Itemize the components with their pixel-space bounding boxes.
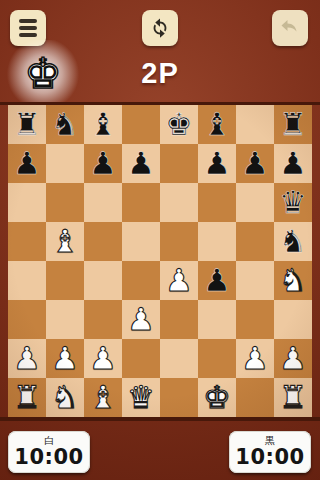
square-a4[interactable] (8, 261, 46, 300)
square-b4[interactable] (46, 261, 84, 300)
square-e3[interactable] (160, 300, 198, 339)
square-g7[interactable]: ♟ (236, 144, 274, 183)
square-f8[interactable]: ♝ (198, 105, 236, 144)
refresh-button[interactable] (142, 10, 178, 46)
white-king[interactable]: ♚ (203, 382, 231, 413)
square-e8[interactable]: ♚ (160, 105, 198, 144)
square-a5[interactable] (8, 222, 46, 261)
square-d1[interactable]: ♛ (122, 378, 160, 417)
square-h5[interactable]: ♞ (274, 222, 312, 261)
square-h7[interactable]: ♟ (274, 144, 312, 183)
black-pawn[interactable]: ♟ (89, 148, 117, 179)
square-d7[interactable]: ♟ (122, 144, 160, 183)
square-d8[interactable] (122, 105, 160, 144)
black-pawn[interactable]: ♟ (13, 148, 41, 179)
square-h3[interactable] (274, 300, 312, 339)
refresh-icon (149, 17, 171, 39)
white-bishop[interactable]: ♝ (51, 226, 79, 257)
black-bishop[interactable]: ♝ (203, 109, 231, 140)
square-a3[interactable] (8, 300, 46, 339)
white-clock-time: 10:00 (14, 447, 83, 468)
square-c3[interactable] (84, 300, 122, 339)
white-pawn[interactable]: ♟ (279, 343, 307, 374)
white-pawn[interactable]: ♟ (51, 343, 79, 374)
square-b1[interactable]: ♞ (46, 378, 84, 417)
square-h6[interactable]: ♛ (274, 183, 312, 222)
square-b5[interactable]: ♝ (46, 222, 84, 261)
white-pawn[interactable]: ♟ (13, 343, 41, 374)
board-bottom-border (0, 417, 320, 421)
square-b8[interactable]: ♞ (46, 105, 84, 144)
square-h1[interactable]: ♜ (274, 378, 312, 417)
square-g4[interactable] (236, 261, 274, 300)
square-c6[interactable] (84, 183, 122, 222)
square-g3[interactable] (236, 300, 274, 339)
square-b7[interactable] (46, 144, 84, 183)
white-pawn[interactable]: ♟ (89, 343, 117, 374)
square-e2[interactable] (160, 339, 198, 378)
square-c4[interactable] (84, 261, 122, 300)
square-a1[interactable]: ♜ (8, 378, 46, 417)
undo-arrow-icon (278, 16, 302, 40)
square-e7[interactable] (160, 144, 198, 183)
chess-board: ♜♞♝♚♝♜♟♟♟♟♟♟♛♝♞♟♟♞♟♟♟♟♟♟♜♞♝♛♚♜ (8, 105, 312, 417)
black-pawn[interactable]: ♟ (127, 148, 155, 179)
square-f1[interactable]: ♚ (198, 378, 236, 417)
black-clock-time: 10:00 (235, 447, 304, 468)
square-d2[interactable] (122, 339, 160, 378)
square-a6[interactable] (8, 183, 46, 222)
white-pawn[interactable]: ♟ (241, 343, 269, 374)
white-knight[interactable]: ♞ (51, 382, 79, 413)
square-f4[interactable]: ♟ (198, 261, 236, 300)
white-queen[interactable]: ♛ (127, 382, 155, 413)
square-h4[interactable]: ♞ (274, 261, 312, 300)
white-rook[interactable]: ♜ (279, 382, 307, 413)
square-g5[interactable] (236, 222, 274, 261)
black-pawn[interactable]: ♟ (203, 265, 231, 296)
square-d6[interactable] (122, 183, 160, 222)
square-e5[interactable] (160, 222, 198, 261)
square-e1[interactable] (160, 378, 198, 417)
square-c5[interactable] (84, 222, 122, 261)
square-d4[interactable] (122, 261, 160, 300)
square-f7[interactable]: ♟ (198, 144, 236, 183)
black-pawn[interactable]: ♟ (279, 148, 307, 179)
mode-label: 2P (0, 57, 320, 90)
hamburger-icon (19, 19, 37, 36)
square-f3[interactable] (198, 300, 236, 339)
square-c8[interactable]: ♝ (84, 105, 122, 144)
square-g1[interactable] (236, 378, 274, 417)
square-b2[interactable]: ♟ (46, 339, 84, 378)
white-pawn[interactable]: ♟ (127, 304, 155, 335)
white-bishop[interactable]: ♝ (89, 382, 117, 413)
white-pawn[interactable]: ♟ (165, 265, 193, 296)
square-e4[interactable]: ♟ (160, 261, 198, 300)
square-c1[interactable]: ♝ (84, 378, 122, 417)
square-h2[interactable]: ♟ (274, 339, 312, 378)
square-f6[interactable] (198, 183, 236, 222)
square-c2[interactable]: ♟ (84, 339, 122, 378)
black-bishop[interactable]: ♝ (89, 109, 117, 140)
white-rook[interactable]: ♜ (13, 382, 41, 413)
square-b6[interactable] (46, 183, 84, 222)
square-f5[interactable] (198, 222, 236, 261)
square-a7[interactable]: ♟ (8, 144, 46, 183)
black-pawn[interactable]: ♟ (241, 148, 269, 179)
square-g8[interactable] (236, 105, 274, 144)
black-knight[interactable]: ♞ (51, 109, 79, 140)
black-rook[interactable]: ♜ (13, 109, 41, 140)
square-d3[interactable]: ♟ (122, 300, 160, 339)
square-f2[interactable] (198, 339, 236, 378)
white-knight[interactable]: ♞ (279, 265, 307, 296)
square-a8[interactable]: ♜ (8, 105, 46, 144)
square-e6[interactable] (160, 183, 198, 222)
black-queen[interactable]: ♛ (279, 187, 307, 218)
square-c7[interactable]: ♟ (84, 144, 122, 183)
square-h8[interactable]: ♜ (274, 105, 312, 144)
black-clock: 黒 10:00 (229, 431, 311, 473)
white-clock: 白 10:00 (8, 431, 90, 473)
black-knight[interactable]: ♞ (279, 226, 307, 257)
black-king[interactable]: ♚ (165, 109, 193, 140)
square-g2[interactable]: ♟ (236, 339, 274, 378)
square-b3[interactable] (46, 300, 84, 339)
square-a2[interactable]: ♟ (8, 339, 46, 378)
square-g6[interactable] (236, 183, 274, 222)
square-d5[interactable] (122, 222, 160, 261)
black-rook[interactable]: ♜ (279, 109, 307, 140)
black-pawn[interactable]: ♟ (203, 148, 231, 179)
undo-button[interactable] (272, 10, 308, 46)
